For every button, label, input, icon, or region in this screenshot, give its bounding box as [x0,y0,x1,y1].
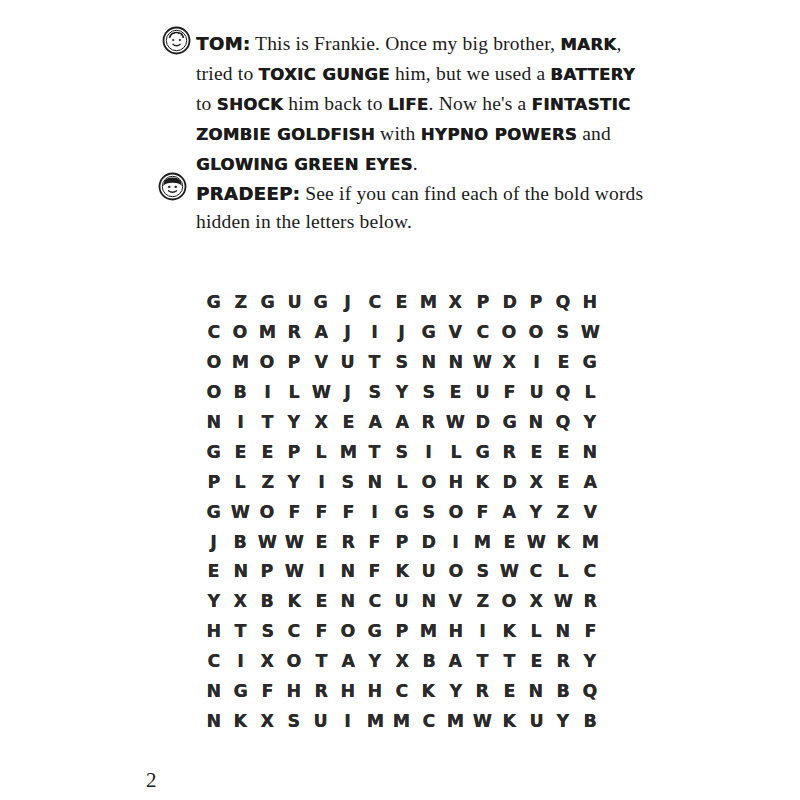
grid-cell-r9c6: R [334,526,361,556]
grid-cell-r11c9: N [415,586,442,616]
dialogue-line: hidden in the letters below. [196,208,646,237]
hidden-word-text: LIFE [388,95,429,114]
grid-cell-r13c7: Y [361,646,388,676]
grid-cell-r5c11: D [469,407,496,437]
grid-cell-r6c11: G [469,436,496,466]
grid-cell-r9c5: E [308,526,335,556]
dialogue-line: PRADEEP: See if you can find each of the… [196,180,646,209]
grid-cell-r10c10: O [442,556,469,586]
grid-cell-r15c7: M [361,705,388,735]
grid-cell-r11c6: N [334,586,361,616]
grid-cell-r5c9: R [415,407,442,437]
grid-cell-r13c5: T [308,646,335,676]
hidden-word-text: MARK [560,35,616,54]
grid-cell-r8c15: V [576,496,603,526]
grid-cell-r1c11: P [469,287,496,317]
grid-cell-r8c5: F [308,496,335,526]
grid-cell-r5c5: X [308,407,335,437]
grid-cell-r4c1: O [200,377,227,407]
grid-cell-r7c8: L [388,466,415,496]
grid-cell-r11c15: R [576,586,603,616]
grid-cell-r3c4: P [281,347,308,377]
grid-cell-r2c7: I [361,317,388,347]
grid-cell-r11c7: C [361,586,388,616]
grid-cell-r2c4: R [281,317,308,347]
grid-cell-r4c4: L [281,377,308,407]
grid-cell-r11c8: U [388,586,415,616]
page-number: 2 [146,768,157,793]
grid-cell-r7c15: A [576,466,603,496]
grid-cell-r2c11: C [469,317,496,347]
grid-cell-r2c3: M [254,317,281,347]
dialogue-line: TOM: This is Frankie. Once my big brothe… [196,30,646,60]
grid-cell-r12c3: S [254,616,281,646]
grid-cell-r2c1: C [200,317,227,347]
grid-cell-r9c8: P [388,526,415,556]
grid-cell-r8c1: G [200,496,227,526]
grid-cell-r5c8: A [388,407,415,437]
grid-cell-r8c2: W [227,496,254,526]
dialogue-text-segment: . [413,153,418,174]
grid-cell-r13c11: T [469,646,496,676]
grid-cell-r7c13: X [523,466,550,496]
grid-cell-r3c11: W [469,347,496,377]
grid-cell-r6c10: L [442,436,469,466]
grid-cell-r12c10: H [442,616,469,646]
dialogue-text-segment: , [617,33,622,54]
grid-cell-r8c14: Z [550,496,577,526]
grid-cell-r13c14: R [550,646,577,676]
grid-cell-r3c2: M [227,347,254,377]
grid-cell-r4c9: S [415,377,442,407]
grid-cell-r2c9: G [415,317,442,347]
grid-cell-r13c15: Y [576,646,603,676]
grid-cell-r6c4: P [281,436,308,466]
dialogue-text-segment: . Now he's a [429,93,532,114]
grid-cell-r7c1: P [200,466,227,496]
grid-cell-r12c2: T [227,616,254,646]
tom-face-icon [162,26,191,55]
grid-cell-r1c10: X [442,287,469,317]
grid-cell-r12c5: F [308,616,335,646]
grid-cell-r4c10: E [442,377,469,407]
grid-cell-r5c2: I [227,407,254,437]
grid-cell-r4c15: L [576,377,603,407]
grid-cell-r8c10: O [442,496,469,526]
grid-cell-r12c12: K [496,616,523,646]
grid-cell-r14c14: B [550,676,577,706]
hidden-word-text: TOXIC GUNGE [258,65,389,84]
grid-cell-r1c9: M [415,287,442,317]
grid-cell-r13c9: B [415,646,442,676]
grid-cell-r12c8: P [388,616,415,646]
grid-cell-r6c6: M [334,436,361,466]
grid-cell-r7c12: D [496,466,523,496]
grid-cell-r10c9: U [415,556,442,586]
grid-cell-r3c15: G [576,347,603,377]
grid-cell-r2c2: O [227,317,254,347]
grid-cell-r7c3: Z [254,466,281,496]
grid-cell-r13c6: A [334,646,361,676]
grid-cell-r6c14: E [550,436,577,466]
dialogue-text-segment: him back to [283,93,387,114]
hidden-word-text: BATTERY [550,65,635,84]
grid-cell-r7c10: H [442,466,469,496]
grid-cell-r15c5: U [308,705,335,735]
grid-cell-r6c12: R [496,436,523,466]
grid-cell-r9c15: M [576,526,603,556]
grid-cell-r7c6: S [334,466,361,496]
hidden-word-text: FINTASTIC [532,95,631,114]
grid-cell-r14c3: F [254,676,281,706]
word-search-grid: GZGUGJCEMXPDPQHCOMRAJIJGVCOOSWOMOPVUTSNN… [200,287,603,735]
grid-cell-r14c5: R [308,676,335,706]
grid-cell-r7c7: N [361,466,388,496]
grid-cell-r1c12: D [496,287,523,317]
grid-cell-r9c12: E [496,526,523,556]
grid-cell-r14c2: G [227,676,254,706]
dialogue-line: ZOMBIE GOLDFISH with HYPNO POWERS and [196,120,646,150]
grid-cell-r11c13: X [523,586,550,616]
grid-cell-r11c4: K [281,586,308,616]
grid-cell-r13c2: I [227,646,254,676]
grid-cell-r7c11: K [469,466,496,496]
grid-cell-r10c4: W [281,556,308,586]
grid-cell-r4c7: S [361,377,388,407]
dialogue-line: GLOWING GREEN EYES. [196,150,646,180]
grid-cell-r3c13: I [523,347,550,377]
grid-cell-r8c4: F [281,496,308,526]
grid-cell-r10c12: W [496,556,523,586]
grid-cell-r13c10: A [442,646,469,676]
grid-cell-r8c8: G [388,496,415,526]
grid-cell-r6c7: T [361,436,388,466]
grid-cell-r9c7: F [361,526,388,556]
grid-cell-r6c1: G [200,436,227,466]
grid-cell-r1c15: H [576,287,603,317]
grid-cell-r15c12: K [496,705,523,735]
grid-cell-r3c1: O [200,347,227,377]
dialogue-text-segment: This is Frankie. Once my big brother, [250,33,560,54]
grid-cell-r8c11: F [469,496,496,526]
grid-cell-r2c13: O [523,317,550,347]
hidden-word-text: GLOWING GREEN EYES [196,155,413,174]
grid-cell-r5c14: Q [550,407,577,437]
grid-cell-r9c1: J [200,526,227,556]
grid-cell-r4c2: B [227,377,254,407]
grid-cell-r1c7: C [361,287,388,317]
grid-cell-r3c6: U [334,347,361,377]
grid-cell-r4c14: Q [550,377,577,407]
grid-cell-r7c9: O [415,466,442,496]
grid-cell-r10c15: C [576,556,603,586]
grid-cell-r2c6: J [334,317,361,347]
hidden-word-text: SHOCK [217,95,284,114]
grid-cell-r12c15: F [576,616,603,646]
grid-cell-r14c4: H [281,676,308,706]
grid-cell-r10c7: F [361,556,388,586]
hidden-word-text: HYPNO POWERS [421,125,577,144]
dialogue-text-segment: See if you can find each of the bold wor… [300,183,643,204]
grid-cell-r7c5: I [308,466,335,496]
grid-cell-r11c2: X [227,586,254,616]
grid-cell-r3c10: N [442,347,469,377]
grid-cell-r3c3: O [254,347,281,377]
grid-cell-r5c15: Y [576,407,603,437]
grid-cell-r9c9: D [415,526,442,556]
grid-cell-r12c14: N [550,616,577,646]
grid-cell-r10c13: C [523,556,550,586]
grid-cell-r3c12: X [496,347,523,377]
grid-cell-r2c12: O [496,317,523,347]
grid-cell-r4c13: U [523,377,550,407]
grid-cell-r3c7: T [361,347,388,377]
grid-cell-r12c13: L [523,616,550,646]
grid-cell-r5c13: N [523,407,550,437]
grid-cell-r11c3: B [254,586,281,616]
grid-cell-r13c1: C [200,646,227,676]
hidden-word-text: ZOMBIE GOLDFISH [196,125,375,144]
dialogue-text-segment: with [375,123,421,144]
grid-cell-r1c14: Q [550,287,577,317]
book-page: TOM: This is Frankie. Once my big brothe… [0,0,800,800]
grid-cell-r15c15: B [576,705,603,735]
grid-cell-r15c9: C [415,705,442,735]
grid-cell-r5c7: A [361,407,388,437]
pradeep-face-icon [158,172,187,201]
grid-cell-r6c5: L [308,436,335,466]
grid-cell-r1c5: G [308,287,335,317]
grid-cell-r6c8: S [388,436,415,466]
grid-cell-r9c4: W [281,526,308,556]
grid-cell-r12c6: O [334,616,361,646]
grid-cell-r10c5: I [308,556,335,586]
grid-cell-r2c15: W [576,317,603,347]
grid-cell-r1c8: E [388,287,415,317]
grid-cell-r6c9: I [415,436,442,466]
grid-cell-r13c3: X [254,646,281,676]
dialogue-text-segment: hidden in the letters below. [196,211,412,232]
grid-cell-r9c2: B [227,526,254,556]
speaker-label: PRADEEP: [196,183,300,204]
grid-cell-r11c5: E [308,586,335,616]
grid-cell-r8c6: F [334,496,361,526]
grid-cell-r4c12: F [496,377,523,407]
grid-cell-r10c1: E [200,556,227,586]
grid-cell-r5c3: T [254,407,281,437]
grid-cell-r4c6: J [334,377,361,407]
dialogue-text-segment: him, but we used a [390,63,551,84]
grid-cell-r4c11: U [469,377,496,407]
dialogue-text-segment: to [196,93,217,114]
grid-cell-r14c10: Y [442,676,469,706]
grid-cell-r11c10: V [442,586,469,616]
grid-cell-r5c6: E [334,407,361,437]
grid-cell-r9c14: K [550,526,577,556]
dialogue-text-segment: and [577,123,611,144]
grid-cell-r2c8: J [388,317,415,347]
grid-cell-r2c10: V [442,317,469,347]
grid-cell-r10c8: K [388,556,415,586]
grid-cell-r12c1: H [200,616,227,646]
grid-cell-r5c4: Y [281,407,308,437]
grid-cell-r14c11: R [469,676,496,706]
grid-cell-r1c13: P [523,287,550,317]
grid-cell-r15c8: M [388,705,415,735]
grid-cell-r13c4: O [281,646,308,676]
grid-cell-r3c9: N [415,347,442,377]
grid-cell-r15c2: K [227,705,254,735]
grid-cell-r10c6: N [334,556,361,586]
grid-cell-r12c9: M [415,616,442,646]
grid-cell-r1c3: G [254,287,281,317]
grid-cell-r7c14: E [550,466,577,496]
grid-cell-r4c8: Y [388,377,415,407]
grid-cell-r8c13: Y [523,496,550,526]
grid-cell-r6c15: N [576,436,603,466]
grid-cell-r14c15: Q [576,676,603,706]
grid-cell-r10c2: N [227,556,254,586]
grid-cell-r11c1: Y [200,586,227,616]
grid-cell-r8c3: O [254,496,281,526]
grid-cell-r13c8: X [388,646,415,676]
grid-cell-r6c2: E [227,436,254,466]
grid-cell-r12c11: I [469,616,496,646]
grid-cell-r3c5: V [308,347,335,377]
grid-cell-r5c12: G [496,407,523,437]
grid-cell-r6c3: E [254,436,281,466]
grid-cell-r15c10: M [442,705,469,735]
grid-cell-r8c9: S [415,496,442,526]
grid-cell-r15c14: Y [550,705,577,735]
grid-cell-r1c2: Z [227,287,254,317]
speaker-label: TOM: [196,33,250,54]
grid-cell-r13c13: E [523,646,550,676]
grid-cell-r5c10: W [442,407,469,437]
grid-cell-r12c4: C [281,616,308,646]
grid-cell-r9c11: M [469,526,496,556]
grid-cell-r14c1: N [200,676,227,706]
grid-cell-r13c12: T [496,646,523,676]
grid-cell-r15c4: S [281,705,308,735]
grid-cell-r11c14: W [550,586,577,616]
grid-cell-r3c14: E [550,347,577,377]
grid-cell-r7c2: L [227,466,254,496]
grid-cell-r14c13: N [523,676,550,706]
grid-cell-r14c6: H [334,676,361,706]
grid-cell-r15c1: N [200,705,227,735]
grid-cell-r4c3: I [254,377,281,407]
grid-cell-r1c4: U [281,287,308,317]
grid-cell-r15c11: W [469,705,496,735]
grid-cell-r3c8: S [388,347,415,377]
grid-cell-r4c5: W [308,377,335,407]
grid-cell-r10c14: L [550,556,577,586]
dialogue-line: to SHOCK him back to LIFE. Now he's a FI… [196,90,646,120]
grid-cell-r14c12: E [496,676,523,706]
grid-cell-r1c1: G [200,287,227,317]
grid-cell-r14c8: C [388,676,415,706]
grid-cell-r15c6: I [334,705,361,735]
grid-cell-r8c7: I [361,496,388,526]
dialogue-text-segment: tried to [196,63,258,84]
grid-cell-r7c4: Y [281,466,308,496]
grid-cell-r9c10: I [442,526,469,556]
grid-cell-r9c13: W [523,526,550,556]
grid-cell-r5c1: N [200,407,227,437]
grid-cell-r15c13: U [523,705,550,735]
grid-cell-r15c3: X [254,705,281,735]
grid-cell-r14c9: K [415,676,442,706]
grid-cell-r6c13: E [523,436,550,466]
grid-cell-r10c3: P [254,556,281,586]
grid-cell-r11c11: Z [469,586,496,616]
grid-cell-r1c6: J [334,287,361,317]
grid-cell-r2c5: A [308,317,335,347]
grid-cell-r14c7: H [361,676,388,706]
grid-cell-r9c3: W [254,526,281,556]
grid-cell-r2c14: S [550,317,577,347]
grid-cell-r10c11: S [469,556,496,586]
grid-cell-r11c12: O [496,586,523,616]
dialogue-line: tried to TOXIC GUNGE him, but we used a … [196,60,646,90]
dialogue-text: TOM: This is Frankie. Once my big brothe… [196,30,646,237]
grid-cell-r8c12: A [496,496,523,526]
grid-cell-r12c7: G [361,616,388,646]
